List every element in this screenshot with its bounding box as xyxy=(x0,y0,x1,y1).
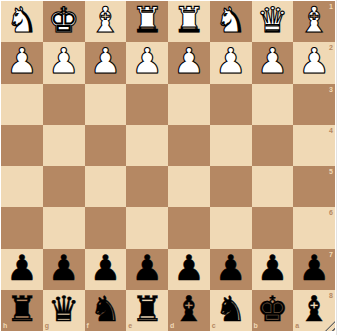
square-h8[interactable]: ♜h xyxy=(1,290,43,331)
piece-white-queen[interactable]: ♛ xyxy=(257,3,288,38)
square-d3[interactable] xyxy=(168,84,210,125)
piece-white-king[interactable]: ♚ xyxy=(48,3,79,38)
square-b5[interactable] xyxy=(252,166,294,207)
square-e3[interactable] xyxy=(126,84,168,125)
square-h1[interactable]: ♞ xyxy=(1,1,43,42)
piece-white-pawn[interactable]: ♟ xyxy=(90,44,121,79)
rank-label-3: 3 xyxy=(329,86,333,93)
piece-black-pawn[interactable]: ♟ xyxy=(298,251,329,286)
piece-white-rook[interactable]: ♜ xyxy=(131,3,162,38)
piece-black-king[interactable]: ♚ xyxy=(257,292,288,327)
piece-white-pawn[interactable]: ♟ xyxy=(173,44,204,79)
square-d5[interactable] xyxy=(168,166,210,207)
piece-black-knight[interactable]: ♞ xyxy=(90,292,121,327)
rank-label-4: 4 xyxy=(329,127,333,134)
piece-black-pawn[interactable]: ♟ xyxy=(48,251,79,286)
square-b3[interactable] xyxy=(252,84,294,125)
piece-black-bishop[interactable]: ♝ xyxy=(173,292,204,327)
piece-white-pawn[interactable]: ♟ xyxy=(215,44,246,79)
piece-white-knight[interactable]: ♞ xyxy=(215,3,246,38)
square-f3[interactable] xyxy=(85,84,127,125)
square-g2[interactable]: ♟ xyxy=(43,42,85,83)
square-a3[interactable]: 3 xyxy=(293,84,335,125)
file-label-f: f xyxy=(87,322,89,329)
square-h3[interactable] xyxy=(1,84,43,125)
square-d4[interactable] xyxy=(168,125,210,166)
square-e5[interactable] xyxy=(126,166,168,207)
square-a2[interactable]: ♟2 xyxy=(293,42,335,83)
piece-white-pawn[interactable]: ♟ xyxy=(6,44,37,79)
square-e7[interactable]: ♟ xyxy=(126,249,168,290)
square-d6[interactable] xyxy=(168,207,210,248)
square-h5[interactable] xyxy=(1,166,43,207)
square-f5[interactable] xyxy=(85,166,127,207)
piece-white-pawn[interactable]: ♟ xyxy=(298,44,329,79)
square-g6[interactable] xyxy=(43,207,85,248)
square-c6[interactable] xyxy=(210,207,252,248)
square-b2[interactable]: ♟ xyxy=(252,42,294,83)
square-d7[interactable]: ♟ xyxy=(168,249,210,290)
square-e8[interactable]: ♜e xyxy=(126,290,168,331)
square-f1[interactable]: ♝ xyxy=(85,1,127,42)
piece-black-pawn[interactable]: ♟ xyxy=(131,251,162,286)
square-f6[interactable] xyxy=(85,207,127,248)
square-f4[interactable] xyxy=(85,125,127,166)
square-a4[interactable]: 4 xyxy=(293,125,335,166)
square-h2[interactable]: ♟ xyxy=(1,42,43,83)
square-a5[interactable]: 5 xyxy=(293,166,335,207)
piece-white-bishop[interactable]: ♝ xyxy=(90,3,121,38)
square-a7[interactable]: ♟7 xyxy=(293,249,335,290)
square-e2[interactable]: ♟ xyxy=(126,42,168,83)
square-h4[interactable] xyxy=(1,125,43,166)
piece-black-knight[interactable]: ♞ xyxy=(215,292,246,327)
square-b4[interactable] xyxy=(252,125,294,166)
square-h6[interactable] xyxy=(1,207,43,248)
piece-black-pawn[interactable]: ♟ xyxy=(6,251,37,286)
piece-white-pawn[interactable]: ♟ xyxy=(131,44,162,79)
piece-white-rook[interactable]: ♜ xyxy=(173,3,204,38)
piece-black-rook[interactable]: ♜ xyxy=(6,292,37,327)
square-c1[interactable]: ♞ xyxy=(210,1,252,42)
piece-white-pawn[interactable]: ♟ xyxy=(48,44,79,79)
square-a8[interactable]: ♝8a xyxy=(293,290,335,331)
square-e4[interactable] xyxy=(126,125,168,166)
square-g4[interactable] xyxy=(43,125,85,166)
square-g3[interactable] xyxy=(43,84,85,125)
square-e1[interactable]: ♜ xyxy=(126,1,168,42)
square-d8[interactable]: ♝d xyxy=(168,290,210,331)
chess-board-frame: ♞♚♝♜♜♞♛♝1♟♟♟♟♟♟♟♟23456♟♟♟♟♟♟♟♟7♜h♛g♞f♜e♝… xyxy=(0,0,337,335)
square-h7[interactable]: ♟ xyxy=(1,249,43,290)
piece-black-pawn[interactable]: ♟ xyxy=(215,251,246,286)
square-c2[interactable]: ♟ xyxy=(210,42,252,83)
piece-white-knight[interactable]: ♞ xyxy=(6,3,37,38)
square-c8[interactable]: ♞c xyxy=(210,290,252,331)
square-g5[interactable] xyxy=(43,166,85,207)
piece-black-bishop[interactable]: ♝ xyxy=(298,292,329,327)
square-c7[interactable]: ♟ xyxy=(210,249,252,290)
square-b7[interactable]: ♟ xyxy=(252,249,294,290)
piece-black-rook[interactable]: ♜ xyxy=(131,292,162,327)
piece-black-pawn[interactable]: ♟ xyxy=(173,251,204,286)
square-g1[interactable]: ♚ xyxy=(43,1,85,42)
chess-board: ♞♚♝♜♜♞♛♝1♟♟♟♟♟♟♟♟23456♟♟♟♟♟♟♟♟7♜h♛g♞f♜e♝… xyxy=(1,1,335,331)
square-c4[interactable] xyxy=(210,125,252,166)
square-f8[interactable]: ♞f xyxy=(85,290,127,331)
square-d2[interactable]: ♟ xyxy=(168,42,210,83)
square-a1[interactable]: ♝1 xyxy=(293,1,335,42)
square-e6[interactable] xyxy=(126,207,168,248)
piece-black-pawn[interactable]: ♟ xyxy=(90,251,121,286)
square-g8[interactable]: ♛g xyxy=(43,290,85,331)
rank-label-6: 6 xyxy=(329,209,333,216)
square-b6[interactable] xyxy=(252,207,294,248)
square-c3[interactable] xyxy=(210,84,252,125)
rank-label-5: 5 xyxy=(329,168,333,175)
piece-white-pawn[interactable]: ♟ xyxy=(257,44,288,79)
square-f2[interactable]: ♟ xyxy=(85,42,127,83)
square-f7[interactable]: ♟ xyxy=(85,249,127,290)
square-c5[interactable] xyxy=(210,166,252,207)
square-d1[interactable]: ♜ xyxy=(168,1,210,42)
piece-black-queen[interactable]: ♛ xyxy=(48,292,79,327)
piece-black-pawn[interactable]: ♟ xyxy=(257,251,288,286)
square-g7[interactable]: ♟ xyxy=(43,249,85,290)
square-a6[interactable]: 6 xyxy=(293,207,335,248)
square-b1[interactable]: ♛ xyxy=(252,1,294,42)
square-b8[interactable]: ♚b xyxy=(252,290,294,331)
piece-white-bishop[interactable]: ♝ xyxy=(298,3,329,38)
